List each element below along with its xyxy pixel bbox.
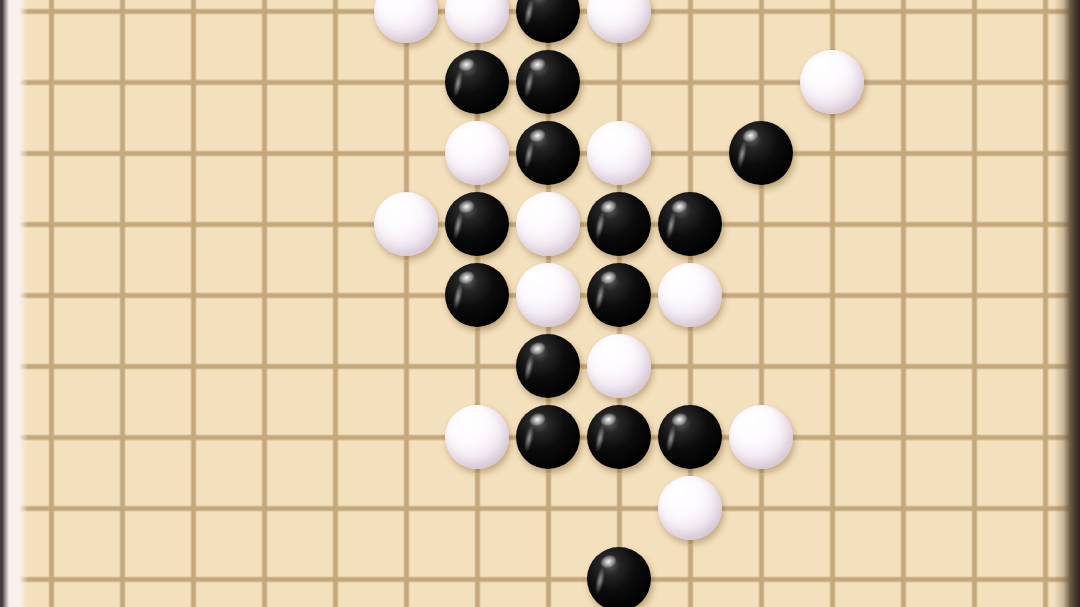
board-intersection[interactable] xyxy=(584,473,655,544)
board-intersection[interactable] xyxy=(158,189,229,260)
stone-sheen xyxy=(522,354,535,382)
board-intersection[interactable] xyxy=(655,0,726,47)
board-intersection[interactable] xyxy=(584,0,655,47)
black-stone xyxy=(587,547,651,607)
board-intersection[interactable] xyxy=(868,260,939,331)
board-intersection[interactable] xyxy=(229,331,300,402)
white-stone xyxy=(587,0,651,43)
stone-sheen xyxy=(593,283,606,311)
black-stone xyxy=(445,192,509,256)
board-intersection[interactable] xyxy=(87,260,158,331)
black-stone xyxy=(729,121,793,185)
board-intersection[interactable] xyxy=(939,118,1010,189)
stone-sheen xyxy=(522,425,535,453)
board-intersection[interactable] xyxy=(229,189,300,260)
board-intersection[interactable] xyxy=(513,544,584,607)
black-stone xyxy=(587,263,651,327)
board-intersection[interactable] xyxy=(513,118,584,189)
black-stone xyxy=(516,334,580,398)
right-vignette xyxy=(1054,0,1080,607)
board-intersection[interactable] xyxy=(87,402,158,473)
board-intersection[interactable] xyxy=(229,118,300,189)
board-intersection[interactable] xyxy=(300,331,371,402)
board-intersection[interactable] xyxy=(797,473,868,544)
black-stone xyxy=(516,121,580,185)
board-intersection[interactable] xyxy=(371,473,442,544)
board-intersection[interactable] xyxy=(868,402,939,473)
black-stone xyxy=(516,405,580,469)
board-intersection[interactable] xyxy=(868,47,939,118)
stone-sheen xyxy=(593,212,606,240)
board-intersection[interactable] xyxy=(655,260,726,331)
board-intersection[interactable] xyxy=(939,544,1010,607)
board-intersection[interactable] xyxy=(300,0,371,47)
white-stone xyxy=(729,405,793,469)
stone-highlight xyxy=(525,267,548,288)
board-intersection[interactable] xyxy=(300,260,371,331)
board-intersection[interactable] xyxy=(371,118,442,189)
stone-sheen xyxy=(593,567,606,595)
board-intersection[interactable] xyxy=(513,47,584,118)
white-stone xyxy=(374,192,438,256)
board-intersection[interactable] xyxy=(584,118,655,189)
board-intersection[interactable] xyxy=(939,189,1010,260)
board-intersection[interactable] xyxy=(584,331,655,402)
board-intersection[interactable] xyxy=(584,544,655,607)
board-intersection[interactable] xyxy=(158,402,229,473)
board-intersection[interactable] xyxy=(584,402,655,473)
board-intersection[interactable] xyxy=(513,473,584,544)
board-intersection[interactable] xyxy=(513,0,584,47)
board-intersection[interactable] xyxy=(939,473,1010,544)
board-intersection[interactable] xyxy=(158,0,229,47)
white-stone xyxy=(374,0,438,43)
stone-highlight xyxy=(667,267,690,288)
board-intersection[interactable] xyxy=(939,402,1010,473)
board-intersection[interactable] xyxy=(158,47,229,118)
board-intersection[interactable] xyxy=(442,544,513,607)
board-intersection[interactable] xyxy=(371,189,442,260)
black-stone xyxy=(445,263,509,327)
white-stone xyxy=(658,263,722,327)
board-intersection[interactable] xyxy=(868,331,939,402)
stone-sheen xyxy=(735,141,748,169)
board-intersection[interactable] xyxy=(229,473,300,544)
board-intersection[interactable] xyxy=(939,0,1010,47)
board-intersection[interactable] xyxy=(797,402,868,473)
stone-highlight xyxy=(809,54,832,75)
board-intersection[interactable] xyxy=(371,260,442,331)
white-stone xyxy=(516,192,580,256)
board-intersection[interactable] xyxy=(442,402,513,473)
board-intersection[interactable] xyxy=(300,118,371,189)
stone-highlight xyxy=(596,125,619,146)
board-intersection[interactable] xyxy=(726,331,797,402)
board-intersection[interactable] xyxy=(726,473,797,544)
board-intersection[interactable] xyxy=(371,0,442,47)
board-intersection[interactable] xyxy=(87,189,158,260)
stone-sheen xyxy=(593,425,606,453)
stone-highlight xyxy=(383,196,406,217)
black-stone xyxy=(445,50,509,114)
black-stone xyxy=(658,405,722,469)
board-intersection[interactable] xyxy=(158,331,229,402)
board-intersection[interactable] xyxy=(442,473,513,544)
board-intersection[interactable] xyxy=(584,189,655,260)
board-intersection[interactable] xyxy=(726,402,797,473)
board-intersection[interactable] xyxy=(868,118,939,189)
board-intersection[interactable] xyxy=(442,260,513,331)
white-stone xyxy=(445,0,509,43)
board-intersection[interactable] xyxy=(939,331,1010,402)
black-stone xyxy=(587,192,651,256)
board-intersection[interactable] xyxy=(655,47,726,118)
board-intersection[interactable] xyxy=(371,402,442,473)
stone-sheen xyxy=(522,0,535,27)
board-intersection[interactable] xyxy=(655,118,726,189)
stone-highlight xyxy=(525,196,548,217)
stone-highlight xyxy=(596,338,619,359)
board-intersection[interactable] xyxy=(158,260,229,331)
board-intersection[interactable] xyxy=(797,118,868,189)
black-stone xyxy=(516,50,580,114)
board-intersection[interactable] xyxy=(371,544,442,607)
board-intersection[interactable] xyxy=(513,260,584,331)
board-intersection[interactable] xyxy=(513,331,584,402)
board-intersection[interactable] xyxy=(87,473,158,544)
board-intersection[interactable] xyxy=(229,260,300,331)
stone-highlight xyxy=(383,0,406,4)
board-intersection[interactable] xyxy=(797,544,868,607)
board-intersection[interactable] xyxy=(655,189,726,260)
board-intersection[interactable] xyxy=(300,47,371,118)
white-stone xyxy=(445,405,509,469)
black-stone xyxy=(658,192,722,256)
stone-sheen xyxy=(522,70,535,98)
stone-highlight xyxy=(738,409,761,430)
board-intersection[interactable] xyxy=(726,260,797,331)
stone-sheen xyxy=(451,212,464,240)
board-intersection[interactable] xyxy=(371,331,442,402)
board-intersection[interactable] xyxy=(655,331,726,402)
board-intersection[interactable] xyxy=(868,0,939,47)
board-intersection[interactable] xyxy=(868,473,939,544)
board-intersection[interactable] xyxy=(868,544,939,607)
board-intersection[interactable] xyxy=(655,544,726,607)
board-intersection[interactable] xyxy=(87,47,158,118)
board-intersection[interactable] xyxy=(229,47,300,118)
board-intersection[interactable] xyxy=(513,189,584,260)
board-intersection[interactable] xyxy=(300,473,371,544)
board-intersection[interactable] xyxy=(442,189,513,260)
board-intersection[interactable] xyxy=(726,189,797,260)
stone-highlight xyxy=(454,409,477,430)
board-intersection[interactable] xyxy=(939,47,1010,118)
board-intersection[interactable] xyxy=(300,402,371,473)
stone-sheen xyxy=(664,212,677,240)
board-intersection[interactable] xyxy=(584,260,655,331)
board-intersection[interactable] xyxy=(584,47,655,118)
black-stone xyxy=(516,0,580,43)
board-grid[interactable] xyxy=(16,0,1080,607)
board-intersection[interactable] xyxy=(726,544,797,607)
stone-sheen xyxy=(451,283,464,311)
board-intersection[interactable] xyxy=(797,331,868,402)
board-intersection[interactable] xyxy=(655,473,726,544)
white-stone xyxy=(658,476,722,540)
board-intersection[interactable] xyxy=(797,189,868,260)
board-intersection[interactable] xyxy=(300,189,371,260)
board-intersection[interactable] xyxy=(229,402,300,473)
white-stone xyxy=(800,50,864,114)
board-intersection[interactable] xyxy=(158,118,229,189)
board-intersection[interactable] xyxy=(797,47,868,118)
stone-highlight xyxy=(667,480,690,501)
board-intersection[interactable] xyxy=(442,0,513,47)
board-intersection[interactable] xyxy=(371,47,442,118)
board-intersection[interactable] xyxy=(442,47,513,118)
white-stone xyxy=(516,263,580,327)
board-intersection[interactable] xyxy=(87,0,158,47)
game-screen xyxy=(0,0,1080,607)
board-intersection[interactable] xyxy=(158,544,229,607)
board-intersection[interactable] xyxy=(513,402,584,473)
board-intersection[interactable] xyxy=(868,189,939,260)
white-stone xyxy=(445,121,509,185)
black-stone xyxy=(587,405,651,469)
board-intersection[interactable] xyxy=(797,260,868,331)
stone-highlight xyxy=(454,0,477,4)
stone-sheen xyxy=(451,70,464,98)
white-stone xyxy=(587,121,651,185)
board-intersection[interactable] xyxy=(158,473,229,544)
board-intersection[interactable] xyxy=(442,331,513,402)
board-intersection[interactable] xyxy=(87,331,158,402)
board-intersection[interactable] xyxy=(939,260,1010,331)
board-intersection[interactable] xyxy=(87,544,158,607)
board-intersection[interactable] xyxy=(655,402,726,473)
left-vignette xyxy=(0,0,28,607)
white-stone xyxy=(587,334,651,398)
board-intersection[interactable] xyxy=(229,544,300,607)
stone-sheen xyxy=(522,141,535,169)
board-intersection[interactable] xyxy=(87,118,158,189)
board-intersection[interactable] xyxy=(229,0,300,47)
board-intersection[interactable] xyxy=(726,0,797,47)
board-intersection[interactable] xyxy=(726,118,797,189)
board-intersection[interactable] xyxy=(797,0,868,47)
board-intersection[interactable] xyxy=(726,47,797,118)
stone-sheen xyxy=(664,425,677,453)
stone-highlight xyxy=(454,125,477,146)
stone-highlight xyxy=(596,0,619,4)
board-intersection[interactable] xyxy=(442,118,513,189)
board-intersection[interactable] xyxy=(300,544,371,607)
